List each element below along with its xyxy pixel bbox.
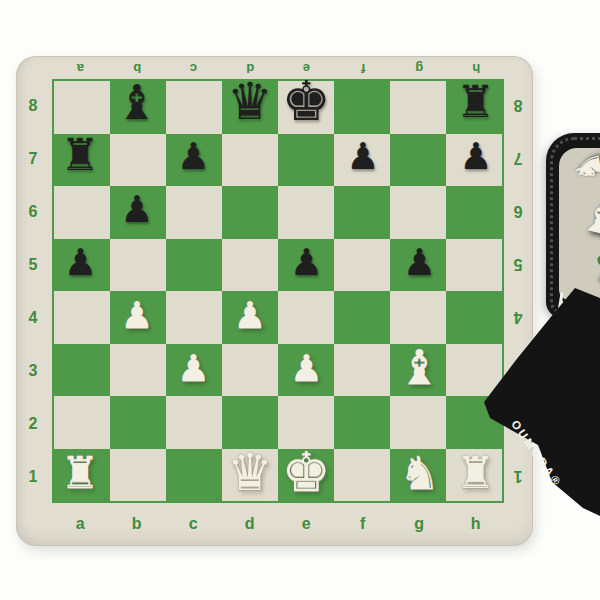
- piece-black-pawn-h7: ♟: [459, 137, 492, 174]
- piece-black-pawn-g5: ♟: [403, 243, 436, 280]
- coord-label-3: 3: [16, 344, 50, 397]
- coord-label-7: 7: [16, 132, 50, 185]
- coord-label-c: c: [165, 58, 222, 78]
- coord-label-f: f: [335, 505, 392, 545]
- coord-label-h: h: [448, 505, 505, 545]
- case-piece-white-knight: ♞: [569, 149, 600, 185]
- piece-black-pawn-e5: ♟: [290, 243, 323, 280]
- coord-label-2: 2: [16, 397, 50, 450]
- coord-label-8: 8: [16, 79, 50, 132]
- piece-black-pawn-b6: ♟: [120, 190, 153, 227]
- piece-case-opening: ♞♝♟: [559, 148, 600, 300]
- board-grid-area: ♝♛♚♜♜♟♟♟♟♟♟♟♟♟♟♟♝♜♛♚♞♜: [52, 79, 504, 503]
- piece-white-king-e1: ♚: [282, 445, 331, 500]
- piece-black-queen-d8: ♛: [227, 76, 273, 127]
- coord-label-a: a: [52, 505, 109, 545]
- photo-scene: abcdefgh 87654321 87654321 abcdefgh ♝♛♚♜…: [0, 0, 600, 600]
- piece-black-pawn-f7: ♟: [346, 137, 379, 174]
- coord-label-6: 6: [16, 185, 50, 238]
- piece-black-pawn-c7: ♟: [177, 137, 210, 174]
- case-piece-white-bishop: ♝: [576, 192, 600, 244]
- coord-label-f: f: [335, 58, 392, 78]
- coord-label-b: b: [109, 505, 166, 545]
- coord-label-g: g: [391, 58, 448, 78]
- coord-label-5: 5: [504, 238, 532, 291]
- piece-white-rook-h1: ♜: [456, 451, 495, 495]
- piece-black-bishop-b8: ♝: [115, 78, 158, 126]
- coord-label-g: g: [391, 505, 448, 545]
- coord-label-c: c: [165, 505, 222, 545]
- piece-white-pawn-e3: ♟: [290, 349, 323, 386]
- felt-base: [595, 253, 600, 270]
- coord-label-a: a: [52, 58, 109, 78]
- piece-white-pawn-c3: ♟: [177, 349, 210, 386]
- coord-label-4: 4: [16, 291, 50, 344]
- piece-white-queen-d1: ♛: [227, 447, 273, 498]
- piece-case: ♞♝♟: [546, 133, 600, 318]
- coord-label-7: 7: [504, 132, 532, 185]
- piece-black-pawn-a5: ♟: [64, 243, 97, 280]
- piece-white-bishop-g3: ♝: [398, 343, 441, 391]
- piece-black-rook-a7: ♜: [61, 133, 100, 177]
- coord-label-1: 1: [504, 450, 532, 503]
- chess-board: abcdefgh 87654321 87654321 abcdefgh ♝♛♚♜…: [16, 56, 533, 546]
- coord-label-1: 1: [16, 450, 50, 503]
- piece-white-knight-g1: ♞: [399, 450, 440, 496]
- piece-white-pawn-b4: ♟: [120, 296, 153, 333]
- coord-label-6: 6: [504, 185, 532, 238]
- file-labels-bottom: abcdefgh: [52, 505, 504, 545]
- coord-label-5: 5: [16, 238, 50, 291]
- pieces-layer: ♝♛♚♜♜♟♟♟♟♟♟♟♟♟♟♟♝♜♛♚♞♜: [52, 79, 504, 503]
- coord-label-4: 4: [504, 291, 532, 344]
- piece-black-rook-h8: ♜: [456, 80, 495, 124]
- piece-white-pawn-d4: ♟: [233, 296, 266, 333]
- piece-black-king-e8: ♚: [282, 74, 331, 129]
- piece-white-rook-a1: ♜: [61, 451, 100, 495]
- coord-label-d: d: [222, 505, 279, 545]
- coord-label-8: 8: [504, 79, 532, 132]
- rank-labels-left: 87654321: [16, 79, 50, 503]
- coord-label-e: e: [278, 505, 335, 545]
